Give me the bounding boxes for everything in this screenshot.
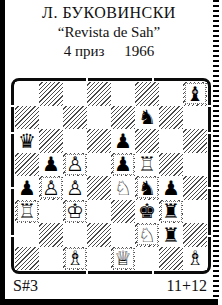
piece-black-p-b5[interactable]: ♟ xyxy=(42,154,60,174)
square-b2[interactable] xyxy=(39,223,63,247)
square-f4[interactable]: ♞ xyxy=(135,176,159,200)
award-year-line: 4 приз 1966 xyxy=(5,42,213,61)
square-c8[interactable] xyxy=(63,82,87,106)
chess-board-frame: ♝♞♛♟♟♙♟♖♟♙♙♘♞♟♖♔♚♜♘♜♗♕♗ xyxy=(11,78,211,274)
square-b5[interactable]: ♟ xyxy=(39,153,63,177)
square-a3[interactable]: ♖ xyxy=(15,200,39,224)
square-g6[interactable] xyxy=(159,129,183,153)
square-f8[interactable] xyxy=(135,82,159,106)
piece-white-r-a3[interactable]: ♖ xyxy=(18,201,36,221)
square-g1[interactable] xyxy=(159,247,183,271)
square-f2[interactable]: ♘ xyxy=(135,223,159,247)
square-d5[interactable] xyxy=(87,153,111,177)
piece-black-p-e6[interactable]: ♟ xyxy=(114,130,132,150)
square-d2[interactable] xyxy=(87,223,111,247)
square-h2[interactable] xyxy=(183,223,207,247)
square-h1[interactable]: ♗ xyxy=(183,247,207,271)
piece-white-p-c5[interactable]: ♙ xyxy=(66,154,84,174)
author-name: Л. БУКОВИНСКИ xyxy=(5,3,213,23)
square-c5[interactable]: ♙ xyxy=(63,153,87,177)
piece-black-r-g3[interactable]: ♜ xyxy=(162,201,180,221)
piece-white-q-e1[interactable]: ♕ xyxy=(114,248,132,268)
border-seam xyxy=(152,77,154,82)
square-d4[interactable] xyxy=(87,176,111,200)
problem-header: Л. БУКОВИНСКИ “Revista de Sah” 4 приз 19… xyxy=(5,3,213,61)
piece-backdrop-h8: ♝ xyxy=(185,83,206,104)
piece-backdrop-f4: ♞ xyxy=(137,177,158,198)
square-a5[interactable] xyxy=(15,153,39,177)
square-e1[interactable]: ♕ xyxy=(111,247,135,271)
border-seam xyxy=(152,270,154,275)
piece-black-p-g4[interactable]: ♟ xyxy=(162,177,180,197)
piece-backdrop-e1: ♕ xyxy=(113,248,134,269)
piece-backdrop-c5: ♙ xyxy=(65,154,86,175)
square-c6[interactable] xyxy=(63,129,87,153)
square-f7[interactable]: ♞ xyxy=(135,106,159,130)
square-b7[interactable] xyxy=(39,106,63,130)
square-d3[interactable] xyxy=(87,200,111,224)
border-seam xyxy=(207,235,212,237)
piece-black-p-a4[interactable]: ♟ xyxy=(18,177,36,197)
square-d1[interactable] xyxy=(87,247,111,271)
square-b8[interactable] xyxy=(39,82,63,106)
piece-backdrop-g3: ♜ xyxy=(161,201,182,222)
square-g2[interactable]: ♜ xyxy=(159,223,183,247)
piece-backdrop-f2: ♘ xyxy=(137,224,158,245)
square-d7[interactable] xyxy=(87,106,111,130)
piece-white-p-b4[interactable]: ♙ xyxy=(42,177,60,197)
square-e7[interactable] xyxy=(111,106,135,130)
square-a7[interactable] xyxy=(15,106,39,130)
square-e5[interactable]: ♟ xyxy=(111,153,135,177)
piece-black-q-a6[interactable]: ♛ xyxy=(18,130,36,150)
square-h7[interactable] xyxy=(183,106,207,130)
square-h3[interactable] xyxy=(183,200,207,224)
piece-white-p-c4[interactable]: ♙ xyxy=(66,177,84,197)
square-f3[interactable]: ♚ xyxy=(135,200,159,224)
square-g5[interactable] xyxy=(159,153,183,177)
square-g4[interactable]: ♟ xyxy=(159,176,183,200)
square-b1[interactable] xyxy=(39,247,63,271)
square-f5[interactable]: ♖ xyxy=(135,153,159,177)
square-g7[interactable] xyxy=(159,106,183,130)
square-c7[interactable] xyxy=(63,106,87,130)
border-seam xyxy=(10,132,15,134)
border-seam xyxy=(207,132,212,134)
border-seam xyxy=(10,187,15,189)
piece-white-n-f2[interactable]: ♘ xyxy=(138,224,156,244)
square-c3[interactable]: ♔ xyxy=(63,200,87,224)
square-b4[interactable]: ♙ xyxy=(39,176,63,200)
square-e6[interactable]: ♟ xyxy=(111,129,135,153)
page-right-perforation xyxy=(213,0,219,299)
piece-white-b-c1[interactable]: ♗ xyxy=(66,248,84,268)
square-b6[interactable] xyxy=(39,129,63,153)
piece-black-p-e5[interactable]: ♟ xyxy=(114,154,132,174)
piece-white-b-h1[interactable]: ♗ xyxy=(186,248,204,268)
square-a6[interactable]: ♛ xyxy=(15,129,39,153)
piece-white-k-c3[interactable]: ♔ xyxy=(66,201,84,221)
square-f6[interactable] xyxy=(135,129,159,153)
border-seam xyxy=(86,270,88,275)
square-c1[interactable]: ♗ xyxy=(63,247,87,271)
piece-black-b-h8[interactable]: ♝ xyxy=(186,83,204,103)
square-h5[interactable] xyxy=(183,153,207,177)
square-d8[interactable] xyxy=(87,82,111,106)
square-c4[interactable]: ♙ xyxy=(63,176,87,200)
square-a4[interactable]: ♟ xyxy=(15,176,39,200)
scanned-chess-problem-page: { "header": { "author": "Л. БУКОВИНСКИ",… xyxy=(0,0,222,305)
border-seam xyxy=(10,105,15,107)
problem-caption: S#3 11+12 xyxy=(13,277,207,295)
piece-white-n-e4[interactable]: ♘ xyxy=(114,177,132,197)
border-seam xyxy=(86,77,88,82)
border-seam xyxy=(207,105,212,107)
square-e3[interactable] xyxy=(111,200,135,224)
piece-black-n-f4[interactable]: ♞ xyxy=(138,177,156,197)
piece-black-n-f7[interactable]: ♞ xyxy=(138,107,156,127)
material-count-text: 11+12 xyxy=(167,277,207,295)
piece-white-r-f5[interactable]: ♖ xyxy=(138,154,156,174)
page-bottom-rule xyxy=(0,299,218,305)
square-e2[interactable] xyxy=(111,223,135,247)
square-h4[interactable] xyxy=(183,176,207,200)
square-a1[interactable] xyxy=(15,247,39,271)
square-e4[interactable]: ♘ xyxy=(111,176,135,200)
square-e8[interactable] xyxy=(111,82,135,106)
stipulation-text: S#3 xyxy=(13,277,38,295)
square-g8[interactable] xyxy=(159,82,183,106)
square-f1[interactable] xyxy=(135,247,159,271)
border-seam xyxy=(207,187,212,189)
square-h8[interactable]: ♝ xyxy=(183,82,207,106)
border-seam xyxy=(10,235,15,237)
piece-backdrop-a3: ♖ xyxy=(17,201,38,222)
square-g3[interactable]: ♜ xyxy=(159,200,183,224)
square-d6[interactable] xyxy=(87,129,111,153)
square-a2[interactable] xyxy=(15,223,39,247)
piece-backdrop-c3: ♔ xyxy=(65,201,86,222)
piece-backdrop-e5: ♟ xyxy=(113,154,134,175)
square-h6[interactable] xyxy=(183,129,207,153)
source-name: “Revista de Sah” xyxy=(5,23,213,42)
year-text: 1966 xyxy=(124,42,154,61)
piece-backdrop-b4: ♙ xyxy=(41,177,62,198)
piece-backdrop-c1: ♗ xyxy=(65,248,86,269)
piece-black-k-f3[interactable]: ♚ xyxy=(138,201,156,221)
square-a8[interactable] xyxy=(15,82,39,106)
square-c2[interactable] xyxy=(63,223,87,247)
piece-black-r-g2[interactable]: ♜ xyxy=(162,224,180,244)
award-text: 4 приз xyxy=(64,42,105,61)
chess-board: ♝♞♛♟♟♙♟♖♟♙♙♘♞♟♖♔♚♜♘♜♗♕♗ xyxy=(15,82,207,270)
square-b3[interactable] xyxy=(39,200,63,224)
